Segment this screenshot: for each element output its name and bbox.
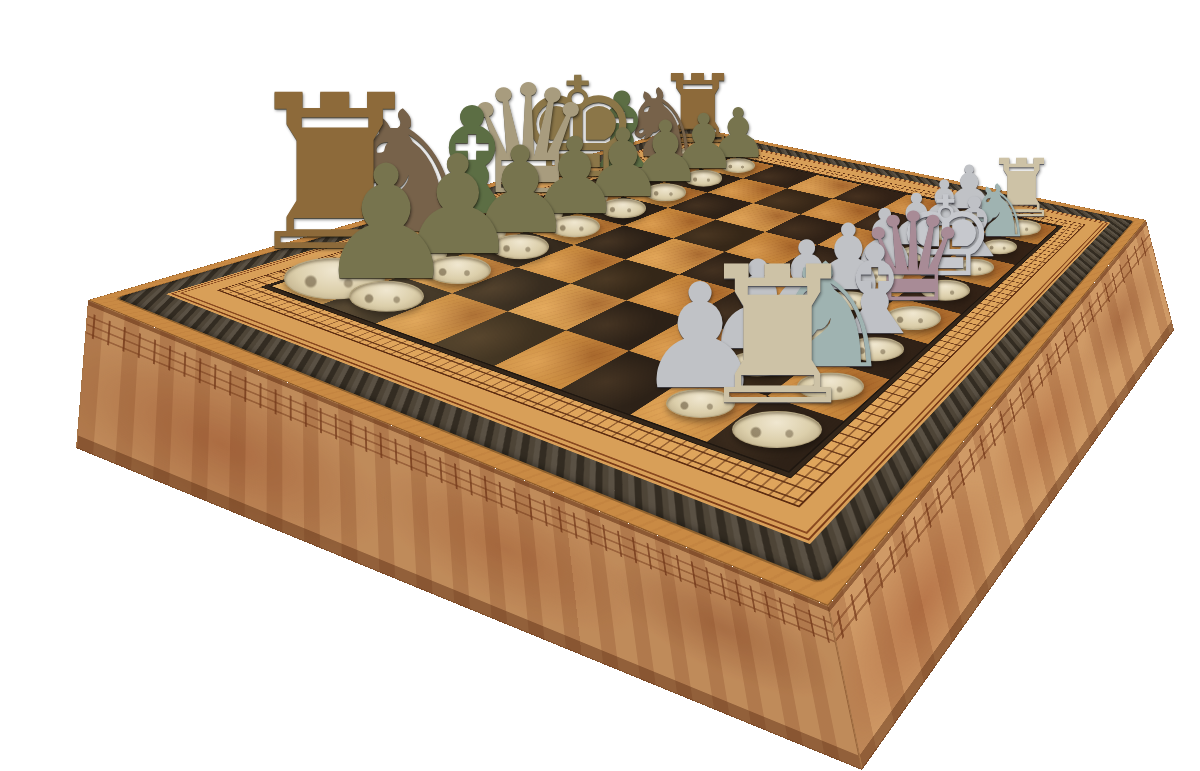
piece-white-r-a1[interactable]: ♜ — [702, 250, 852, 448]
chess-set-photo: ♜♞♝♛♚♝♞♜♟♟♟♟♟♟♟♟♟♟♟♟♟♟♟♟♜♞♝♛♚♝♞♜ — [0, 0, 1200, 771]
pieces-layer: ♜♞♝♛♚♝♞♜♟♟♟♟♟♟♟♟♟♟♟♟♟♟♟♟♜♞♝♛♚♝♞♜ — [0, 0, 1200, 771]
piece-glyph: ♜ — [692, 250, 862, 425]
piece-glyph: ♟ — [315, 151, 457, 296]
piece-black-p-a7[interactable]: ♟ — [311, 151, 461, 312]
